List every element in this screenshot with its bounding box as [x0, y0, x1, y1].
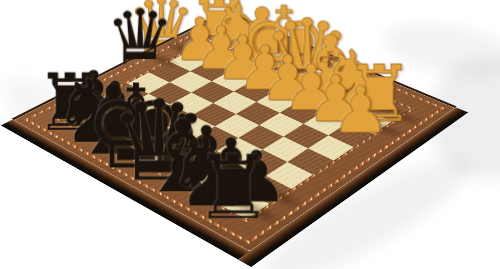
chess-set-photo: ♜♞♝♚♛♝♞♜♟♟♟♟♟♟♟♟♟♟♟♟♟♟♟♟♜♞♝♚♛♝♞♜ ♛ ♛	[0, 0, 500, 269]
scene: ♜♞♝♚♛♝♞♜♟♟♟♟♟♟♟♟♟♟♟♟♟♟♟♟♜♞♝♚♛♝♞♜ ♛ ♛	[0, 0, 500, 269]
chess-board-3d: ♜♞♝♚♛♝♞♜♟♟♟♟♟♟♟♟♟♟♟♟♟♟♟♟♜♞♝♚♛♝♞♜ ♛ ♛	[14, 12, 455, 251]
